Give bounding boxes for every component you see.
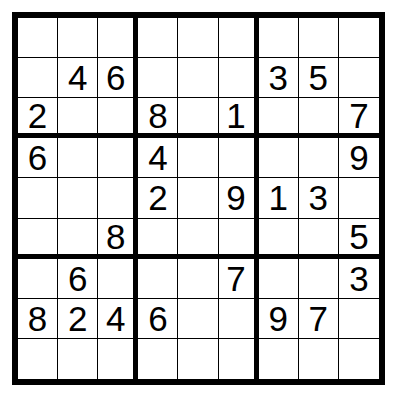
given-digit: 6 [106,60,125,95]
cell-r1c8[interactable] [299,18,339,58]
given-digit: 7 [309,301,328,336]
cell-r2c4[interactable] [138,58,178,98]
cell-r4c7[interactable] [259,138,299,178]
cell-r4c9[interactable]: 9 [339,138,379,178]
given-digit: 3 [349,261,368,296]
cell-r2c8[interactable]: 5 [299,58,339,98]
given-digit: 9 [349,140,368,175]
given-digit: 9 [226,180,245,215]
given-digit: 6 [68,261,87,296]
cell-r8c9[interactable] [339,299,379,339]
cell-r9c8[interactable] [299,339,339,379]
given-digit: 4 [148,140,167,175]
cell-r3c2[interactable] [58,98,98,138]
cell-r9c2[interactable] [58,339,98,379]
cell-r6c5[interactable] [178,219,218,259]
cell-r3c6[interactable]: 1 [219,98,259,138]
cell-r7c5[interactable] [178,259,218,299]
cell-r8c4[interactable]: 6 [138,299,178,339]
cell-r1c5[interactable] [178,18,218,58]
cell-r3c4[interactable]: 8 [138,98,178,138]
cell-r6c2[interactable] [58,219,98,259]
cell-r8c7[interactable]: 9 [259,299,299,339]
cell-r9c9[interactable] [339,339,379,379]
cell-r4c6[interactable] [219,138,259,178]
cell-r4c4[interactable]: 4 [138,138,178,178]
given-digit: 6 [28,140,47,175]
cell-r2c6[interactable] [219,58,259,98]
cell-r8c8[interactable]: 7 [299,299,339,339]
given-digit: 7 [226,261,245,296]
cell-r6c6[interactable] [219,219,259,259]
cell-r7c2[interactable]: 6 [58,259,98,299]
given-digit: 1 [268,180,287,215]
cell-r9c4[interactable] [138,339,178,379]
cell-r7c8[interactable] [299,259,339,299]
cell-r5c6[interactable]: 9 [219,178,259,218]
given-digit: 5 [349,219,368,254]
cell-r5c9[interactable] [339,178,379,218]
cell-r4c5[interactable] [178,138,218,178]
cell-r7c3[interactable] [98,259,138,299]
cell-r2c3[interactable]: 6 [98,58,138,98]
cell-r3c1[interactable]: 2 [18,98,58,138]
cell-r9c1[interactable] [18,339,58,379]
given-digit: 8 [28,301,47,336]
cell-r5c8[interactable]: 3 [299,178,339,218]
given-digit: 4 [106,301,125,336]
cell-r5c4[interactable]: 2 [138,178,178,218]
cell-r2c2[interactable]: 4 [58,58,98,98]
given-digit: 3 [268,60,287,95]
given-digit: 2 [148,180,167,215]
given-digit: 1 [226,98,245,133]
cell-r7c7[interactable] [259,259,299,299]
cell-r6c8[interactable] [299,219,339,259]
cell-r6c3[interactable]: 8 [98,219,138,259]
cell-r7c4[interactable] [138,259,178,299]
cell-r7c9[interactable]: 3 [339,259,379,299]
given-digit: 3 [309,180,328,215]
cell-r5c3[interactable] [98,178,138,218]
sudoku-board-wrapper: 46352817649291385673824697 [12,12,385,385]
cell-r6c7[interactable] [259,219,299,259]
cell-r3c8[interactable] [299,98,339,138]
cell-r3c3[interactable] [98,98,138,138]
cell-r6c4[interactable] [138,219,178,259]
cell-r1c3[interactable] [98,18,138,58]
cell-r3c9[interactable]: 7 [339,98,379,138]
cell-r1c2[interactable] [58,18,98,58]
given-digit: 4 [68,60,87,95]
cell-r5c5[interactable] [178,178,218,218]
cell-r1c9[interactable] [339,18,379,58]
cell-r8c5[interactable] [178,299,218,339]
cell-r2c9[interactable] [339,58,379,98]
given-digit: 8 [106,219,125,254]
given-digit: 9 [268,301,287,336]
cell-r7c6[interactable]: 7 [219,259,259,299]
cell-r9c5[interactable] [178,339,218,379]
given-digit: 7 [349,98,368,133]
sudoku-board: 46352817649291385673824697 [12,12,385,385]
cell-r1c7[interactable] [259,18,299,58]
cell-r1c4[interactable] [138,18,178,58]
cell-r2c5[interactable] [178,58,218,98]
cell-r9c6[interactable] [219,339,259,379]
cell-r9c7[interactable] [259,339,299,379]
cell-r6c1[interactable] [18,219,58,259]
cell-r1c1[interactable] [18,18,58,58]
given-digit: 6 [148,301,167,336]
cell-r8c3[interactable]: 4 [98,299,138,339]
given-digit: 5 [309,60,328,95]
cell-r4c2[interactable] [58,138,98,178]
cell-r1c6[interactable] [219,18,259,58]
cell-r2c7[interactable]: 3 [259,58,299,98]
cell-r2c1[interactable] [18,58,58,98]
cell-r6c9[interactable]: 5 [339,219,379,259]
given-digit: 2 [28,98,47,133]
cell-r4c3[interactable] [98,138,138,178]
cell-r5c2[interactable] [58,178,98,218]
cell-r8c1[interactable]: 8 [18,299,58,339]
cell-r5c1[interactable] [18,178,58,218]
cell-r8c6[interactable] [219,299,259,339]
cell-r4c8[interactable] [299,138,339,178]
cell-r3c7[interactable] [259,98,299,138]
cell-r7c1[interactable] [18,259,58,299]
given-digit: 2 [68,301,87,336]
cell-r5c7[interactable]: 1 [259,178,299,218]
cell-r8c2[interactable]: 2 [58,299,98,339]
cell-r3c5[interactable] [178,98,218,138]
given-digit: 8 [148,98,167,133]
cell-r4c1[interactable]: 6 [18,138,58,178]
cell-r9c3[interactable] [98,339,138,379]
